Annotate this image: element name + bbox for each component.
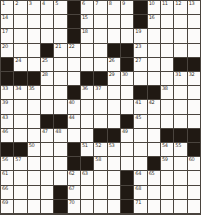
cell-r10c14-black <box>174 129 186 142</box>
cell-r2c2[interactable] <box>14 15 26 28</box>
cell-r6c7-black <box>81 72 93 85</box>
cell-r12c11[interactable] <box>134 157 146 170</box>
clue-number-33: 33 <box>2 86 8 91</box>
cell-r1c13[interactable]: 11 <box>161 1 173 14</box>
cell-r13c7[interactable]: 63 <box>81 171 93 184</box>
clue-number-24: 24 <box>15 58 21 63</box>
cell-r10c2[interactable] <box>14 129 26 142</box>
cell-r5c8[interactable] <box>94 58 106 71</box>
cell-r15c13[interactable] <box>161 200 173 213</box>
cell-r11c3[interactable]: 50 <box>28 143 40 156</box>
cell-r9c1[interactable]: 43 <box>1 115 13 128</box>
cell-r7c1[interactable]: 33 <box>1 86 13 99</box>
clue-number-46: 46 <box>2 129 8 134</box>
cell-r12c6-black <box>68 157 80 170</box>
cell-r9c10-black <box>121 115 133 128</box>
cell-r6c6[interactable] <box>68 72 80 85</box>
cell-r7c3[interactable]: 35 <box>28 86 40 99</box>
clue-number-5: 5 <box>55 1 58 6</box>
cell-r3c1[interactable]: 17 <box>1 29 13 42</box>
clue-number-57: 57 <box>15 157 21 162</box>
cell-r2c3[interactable] <box>28 15 40 28</box>
cell-r11c5[interactable] <box>54 143 66 156</box>
cell-r5c15-black <box>188 58 200 71</box>
cell-r8c10[interactable] <box>121 100 133 113</box>
cell-r12c12-black <box>148 157 160 170</box>
cell-r11c6-black <box>68 143 80 156</box>
cell-r1c8[interactable]: 7 <box>94 1 106 14</box>
cell-r1c6-black <box>68 1 80 14</box>
clue-number-43: 43 <box>2 115 8 120</box>
cell-r4c8[interactable] <box>94 44 106 57</box>
cell-r8c15[interactable] <box>188 100 200 113</box>
cell-r13c11[interactable]: 64 <box>134 171 146 184</box>
cell-r4c6[interactable]: 22 <box>68 44 80 57</box>
cell-r12c10[interactable] <box>121 157 133 170</box>
cell-r13c5[interactable] <box>54 171 66 184</box>
cell-r6c1-black <box>1 72 13 85</box>
cell-r4c1[interactable]: 20 <box>1 44 13 57</box>
cell-r15c9[interactable] <box>108 200 120 213</box>
cell-r9c15[interactable] <box>188 115 200 128</box>
cell-r12c7-black <box>81 157 93 170</box>
cell-r4c2[interactable] <box>14 44 26 57</box>
cell-r12c3[interactable] <box>28 157 40 170</box>
clue-number-51: 51 <box>82 143 88 148</box>
cell-r10c7[interactable] <box>81 129 93 142</box>
cell-r4c14[interactable] <box>174 44 186 57</box>
clue-number-28: 28 <box>42 72 48 77</box>
cell-r1c3[interactable]: 3 <box>28 1 40 14</box>
cell-r5c5[interactable] <box>54 58 66 71</box>
cell-r3c7[interactable]: 18 <box>81 29 93 42</box>
cell-r5c7[interactable] <box>81 58 93 71</box>
cell-r7c12-black <box>148 86 160 99</box>
clue-number-38: 38 <box>162 86 168 91</box>
cell-r3c15[interactable] <box>188 29 200 42</box>
cell-r4c11[interactable]: 23 <box>134 44 146 57</box>
clue-number-52: 52 <box>95 143 101 148</box>
clue-number-29: 29 <box>109 72 115 77</box>
cell-r14c3[interactable] <box>28 186 40 199</box>
cell-r4c3[interactable] <box>28 44 40 57</box>
cell-r13c12[interactable]: 65 <box>148 171 160 184</box>
cell-r5c10-black <box>121 58 133 71</box>
cell-r2c13[interactable] <box>161 15 173 28</box>
clue-number-47: 47 <box>42 129 48 134</box>
cell-r6c14[interactable]: 31 <box>174 72 186 85</box>
cell-r11c9[interactable]: 53 <box>108 143 120 156</box>
cell-r14c9[interactable] <box>108 186 120 199</box>
clue-number-20: 20 <box>2 44 8 49</box>
cell-r13c9[interactable] <box>108 171 120 184</box>
cell-r6c13[interactable] <box>161 72 173 85</box>
cell-r11c10[interactable] <box>121 143 133 156</box>
cell-r13c2[interactable] <box>14 171 26 184</box>
cell-r3c9[interactable] <box>108 29 120 42</box>
cell-r2c11-black <box>134 15 146 28</box>
cell-r3c13[interactable] <box>161 29 173 42</box>
clue-number-10: 10 <box>149 1 155 6</box>
clue-number-7: 7 <box>95 1 98 6</box>
cell-r9c13[interactable] <box>161 115 173 128</box>
crossword-grid: 1234567891011121314151617181920212223242… <box>0 0 201 215</box>
cell-r3c6-black <box>68 29 80 42</box>
clue-number-9: 9 <box>122 1 125 6</box>
cell-r14c11[interactable]: 68 <box>134 186 146 199</box>
cell-r9c6[interactable]: 44 <box>68 115 80 128</box>
clue-number-59: 59 <box>162 157 168 162</box>
cell-r11c1-black <box>1 143 13 156</box>
cell-r15c7[interactable] <box>81 200 93 213</box>
cell-r2c12[interactable]: 16 <box>148 15 160 28</box>
cell-r6c11[interactable] <box>134 72 146 85</box>
cell-r13c13[interactable] <box>161 171 173 184</box>
cell-r1c9[interactable]: 8 <box>108 1 120 14</box>
clue-number-61: 61 <box>2 171 8 176</box>
clue-number-34: 34 <box>15 86 21 91</box>
cell-r1c11-black <box>134 1 146 14</box>
clue-number-70: 70 <box>69 200 75 205</box>
cell-r12c4[interactable] <box>41 157 53 170</box>
cell-r8c11[interactable]: 41 <box>134 100 146 113</box>
cell-r5c1-black <box>1 58 13 71</box>
clue-number-13: 13 <box>189 1 195 6</box>
cell-r7c11-black <box>134 86 146 99</box>
clue-number-68: 68 <box>135 186 141 191</box>
cell-r15c1[interactable]: 69 <box>1 200 13 213</box>
cell-r8c8[interactable] <box>94 100 106 113</box>
cell-r8c7[interactable] <box>81 100 93 113</box>
cell-r5c2[interactable]: 24 <box>14 58 26 71</box>
cell-r15c15[interactable] <box>188 200 200 213</box>
cell-r6c3-black <box>28 72 40 85</box>
cell-r3c3[interactable] <box>28 29 40 42</box>
cell-r15c2[interactable] <box>14 200 26 213</box>
cell-r8c5[interactable] <box>54 100 66 113</box>
cell-r8c2[interactable] <box>14 100 26 113</box>
cell-r14c14[interactable] <box>174 186 186 199</box>
cell-r1c5[interactable]: 5 <box>54 1 66 14</box>
cell-r4c12[interactable] <box>148 44 160 57</box>
clue-number-49: 49 <box>122 129 128 134</box>
crossword-board: 1234567891011121314151617181920212223242… <box>0 0 201 215</box>
cell-r7c2[interactable]: 34 <box>14 86 26 99</box>
cell-r8c6[interactable]: 40 <box>68 100 80 113</box>
cell-r7c13[interactable]: 38 <box>161 86 173 99</box>
cell-r6c10[interactable]: 30 <box>121 72 133 85</box>
cell-r14c1[interactable]: 66 <box>1 186 13 199</box>
cell-r1c1[interactable]: 1 <box>1 1 13 14</box>
cell-r3c10[interactable] <box>121 29 133 42</box>
cell-r5c9[interactable]: 26 <box>108 58 120 71</box>
cell-r10c9-black <box>108 129 120 142</box>
clue-number-35: 35 <box>29 86 35 91</box>
cell-r10c8-black <box>94 129 106 142</box>
clue-number-25: 25 <box>42 58 48 63</box>
cell-r9c11[interactable]: 45 <box>134 115 146 128</box>
cell-r13c1[interactable]: 61 <box>1 171 13 184</box>
clue-number-6: 6 <box>82 1 85 6</box>
cell-r12c15[interactable]: 60 <box>188 157 200 170</box>
cell-r10c5[interactable]: 48 <box>54 129 66 142</box>
cell-r7c8[interactable]: 37 <box>94 86 106 99</box>
cell-r5c3[interactable] <box>28 58 40 71</box>
clue-number-12: 12 <box>175 1 181 6</box>
cell-r9c5-black <box>54 115 66 128</box>
cell-r8c9[interactable] <box>108 100 120 113</box>
cell-r15c6[interactable]: 70 <box>68 200 80 213</box>
cell-r9c12[interactable] <box>148 115 160 128</box>
cell-r7c5[interactable] <box>54 86 66 99</box>
cell-r15c3[interactable] <box>28 200 40 213</box>
cell-r4c5[interactable]: 21 <box>54 44 66 57</box>
cell-r2c4[interactable] <box>41 15 53 28</box>
cell-r3c2[interactable] <box>14 29 26 42</box>
clue-number-40: 40 <box>69 100 75 105</box>
cell-r12c14[interactable] <box>174 157 186 170</box>
cell-r13c10-black <box>121 171 133 184</box>
cell-r1c7[interactable]: 6 <box>81 1 93 14</box>
clue-number-32: 32 <box>189 72 195 77</box>
cell-r15c8[interactable] <box>94 200 106 213</box>
cell-r10c10[interactable]: 49 <box>121 129 133 142</box>
cell-r13c4[interactable] <box>41 171 53 184</box>
clue-number-65: 65 <box>149 171 155 176</box>
cell-r13c15[interactable] <box>188 171 200 184</box>
cell-r14c8[interactable] <box>94 186 106 199</box>
cell-r1c15[interactable]: 13 <box>188 1 200 14</box>
cell-r14c10-black <box>121 186 133 199</box>
cell-r3c11[interactable]: 19 <box>134 29 146 42</box>
cell-r1c2[interactable]: 2 <box>14 1 26 14</box>
cell-r12c13[interactable]: 59 <box>161 157 173 170</box>
clue-number-54: 54 <box>162 143 168 148</box>
cell-r10c12[interactable] <box>148 129 160 142</box>
cell-r14c5-black <box>54 186 66 199</box>
cell-r5c14-black <box>174 58 186 71</box>
cell-r8c14[interactable] <box>174 100 186 113</box>
cell-r12c2[interactable]: 57 <box>14 157 26 170</box>
cell-r12c8[interactable]: 58 <box>94 157 106 170</box>
cell-r11c11[interactable] <box>134 143 146 156</box>
clue-number-21: 21 <box>55 44 61 49</box>
clue-number-36: 36 <box>82 86 88 91</box>
clue-number-66: 66 <box>2 186 8 191</box>
cell-r1c4[interactable]: 4 <box>41 1 53 14</box>
clue-number-8: 8 <box>109 1 112 6</box>
cell-r11c4[interactable] <box>41 143 53 156</box>
cell-r11c14[interactable]: 55 <box>174 143 186 156</box>
cell-r14c4[interactable] <box>41 186 53 199</box>
cell-r5c12[interactable] <box>148 58 160 71</box>
clue-number-37: 37 <box>95 86 101 91</box>
cell-r10c11[interactable] <box>134 129 146 142</box>
clue-number-18: 18 <box>82 29 88 34</box>
cell-r10c1[interactable]: 46 <box>1 129 13 142</box>
cell-r15c11[interactable]: 71 <box>134 200 146 213</box>
clue-number-71: 71 <box>135 200 141 205</box>
clue-number-67: 67 <box>69 186 75 191</box>
cell-r10c6[interactable] <box>68 129 80 142</box>
cell-r10c3[interactable] <box>28 129 40 142</box>
cell-r1c14[interactable]: 12 <box>174 1 186 14</box>
cell-r9c7[interactable] <box>81 115 93 128</box>
clue-number-23: 23 <box>135 44 141 49</box>
cell-r14c6[interactable]: 67 <box>68 186 80 199</box>
clue-number-11: 11 <box>162 1 168 6</box>
clue-number-27: 27 <box>135 58 141 63</box>
cell-r15c14[interactable] <box>174 200 186 213</box>
cell-r15c12[interactable] <box>148 200 160 213</box>
clue-number-56: 56 <box>2 157 8 162</box>
cell-r9c3[interactable] <box>28 115 40 128</box>
cell-r6c5[interactable] <box>54 72 66 85</box>
cell-r14c15[interactable] <box>188 186 200 199</box>
cell-r7c9[interactable] <box>108 86 120 99</box>
cell-r4c10-black <box>121 44 133 57</box>
cell-r3c12[interactable] <box>148 29 160 42</box>
cell-r10c15-black <box>188 129 200 142</box>
cell-r13c14[interactable] <box>174 171 186 184</box>
cell-r2c7[interactable]: 15 <box>81 15 93 28</box>
cell-r2c8[interactable] <box>94 15 106 28</box>
clue-number-62: 62 <box>69 171 75 176</box>
cell-r4c9-black <box>108 44 120 57</box>
cell-r6c9[interactable]: 29 <box>108 72 120 85</box>
cell-r9c2[interactable] <box>14 115 26 128</box>
cell-r15c4[interactable] <box>41 200 53 213</box>
cell-r7c4[interactable] <box>41 86 53 99</box>
cell-r6c12[interactable] <box>148 72 160 85</box>
clue-number-1: 1 <box>2 1 5 6</box>
clue-number-4: 4 <box>42 1 45 6</box>
cell-r7c14[interactable] <box>174 86 186 99</box>
cell-r5c4[interactable]: 25 <box>41 58 53 71</box>
cell-r1c12[interactable]: 10 <box>148 1 160 14</box>
cell-r14c12[interactable] <box>148 186 160 199</box>
clue-number-69: 69 <box>2 200 8 205</box>
cell-r6c15[interactable]: 32 <box>188 72 200 85</box>
cell-r2c14[interactable] <box>174 15 186 28</box>
cell-r4c4-black <box>41 44 53 57</box>
clue-number-26: 26 <box>109 58 115 63</box>
cell-r11c7[interactable]: 51 <box>81 143 93 156</box>
cell-r10c13-black <box>161 129 173 142</box>
clue-number-55: 55 <box>175 143 181 148</box>
cell-r2c5[interactable] <box>54 15 66 28</box>
cell-r13c8[interactable] <box>94 171 106 184</box>
cell-r6c4[interactable]: 28 <box>41 72 53 85</box>
cell-r3c14[interactable] <box>174 29 186 42</box>
cell-r7c10[interactable] <box>121 86 133 99</box>
cell-r11c12[interactable] <box>148 143 160 156</box>
clue-number-3: 3 <box>29 1 32 6</box>
clue-number-30: 30 <box>122 72 128 77</box>
cell-r6c2-black <box>14 72 26 85</box>
clue-number-17: 17 <box>2 29 8 34</box>
cell-r3c4[interactable] <box>41 29 53 42</box>
cell-r2c6-black <box>68 15 80 28</box>
cell-r8c1[interactable]: 39 <box>1 100 13 113</box>
cell-r9c8[interactable] <box>94 115 106 128</box>
cell-r13c6[interactable]: 62 <box>68 171 80 184</box>
clue-number-31: 31 <box>175 72 181 77</box>
cell-r12c5[interactable] <box>54 157 66 170</box>
cell-r1c10[interactable]: 9 <box>121 1 133 14</box>
clue-number-50: 50 <box>29 143 35 148</box>
cell-r15c10-black <box>121 200 133 213</box>
clue-number-45: 45 <box>135 115 141 120</box>
cell-r12c1[interactable]: 56 <box>1 157 13 170</box>
cell-r9c9[interactable] <box>108 115 120 128</box>
clue-number-41: 41 <box>135 100 141 105</box>
cell-r15c5-black <box>54 200 66 213</box>
cell-r9c4-black <box>41 115 53 128</box>
clue-number-42: 42 <box>149 100 155 105</box>
cell-r4c13[interactable] <box>161 44 173 57</box>
clue-number-44: 44 <box>69 115 75 120</box>
cell-r8c4[interactable] <box>41 100 53 113</box>
cell-r2c9[interactable] <box>108 15 120 28</box>
cell-r11c15-black <box>188 143 200 156</box>
clue-number-63: 63 <box>82 171 88 176</box>
cell-r7c15[interactable] <box>188 86 200 99</box>
clue-number-2: 2 <box>15 1 18 6</box>
cell-r11c13[interactable]: 54 <box>161 143 173 156</box>
cell-r14c13[interactable] <box>161 186 173 199</box>
cell-r14c7[interactable] <box>81 186 93 199</box>
clue-number-22: 22 <box>69 44 75 49</box>
clue-number-53: 53 <box>109 143 115 148</box>
cell-r8c13[interactable] <box>161 100 173 113</box>
clue-number-64: 64 <box>135 171 141 176</box>
clue-number-16: 16 <box>149 15 155 20</box>
cell-r10c4[interactable]: 47 <box>41 129 53 142</box>
clue-number-48: 48 <box>55 129 61 134</box>
cell-r5c11[interactable]: 27 <box>134 58 146 71</box>
cell-r5c6[interactable] <box>68 58 80 71</box>
clue-number-14: 14 <box>2 15 8 20</box>
cell-r2c1[interactable]: 14 <box>1 15 13 28</box>
cell-r3c5[interactable] <box>54 29 66 42</box>
cell-r5c13[interactable] <box>161 58 173 71</box>
cell-r11c2-black <box>14 143 26 156</box>
clue-number-19: 19 <box>135 29 141 34</box>
cell-r4c7[interactable] <box>81 44 93 57</box>
cell-r7c7[interactable]: 36 <box>81 86 93 99</box>
cell-r13c3[interactable] <box>28 171 40 184</box>
cell-r7c6-black <box>68 86 80 99</box>
clue-number-39: 39 <box>2 100 8 105</box>
cell-r11c8[interactable]: 52 <box>94 143 106 156</box>
cell-r2c15[interactable] <box>188 15 200 28</box>
cell-r6c8-black <box>94 72 106 85</box>
clue-number-15: 15 <box>82 15 88 20</box>
clue-number-60: 60 <box>189 157 195 162</box>
cell-r3c8[interactable] <box>94 29 106 42</box>
cell-r12c9[interactable] <box>108 157 120 170</box>
cell-r9c14[interactable] <box>174 115 186 128</box>
cell-r8c3[interactable] <box>28 100 40 113</box>
cell-r14c2[interactable] <box>14 186 26 199</box>
cell-r2c10[interactable] <box>121 15 133 28</box>
clue-number-58: 58 <box>95 157 101 162</box>
cell-r8c12[interactable]: 42 <box>148 100 160 113</box>
cell-r4c15[interactable] <box>188 44 200 57</box>
